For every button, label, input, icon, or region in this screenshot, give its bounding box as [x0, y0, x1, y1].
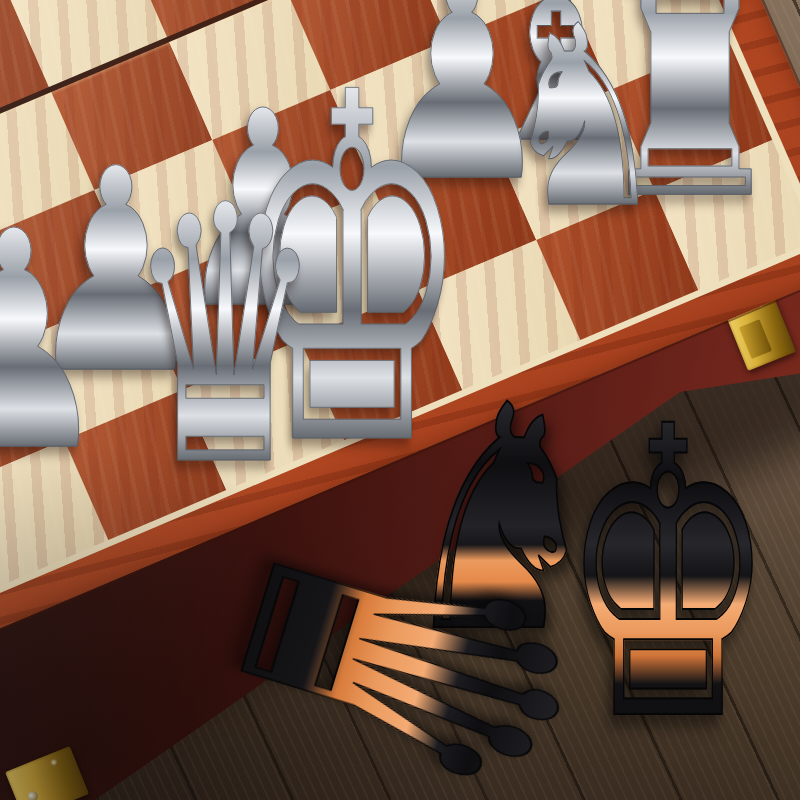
- chess-product-photo: ♟♟♛♟♚♟♝♞♜♞♚♛: [0, 0, 800, 800]
- silver-pawn-c1[interactable]: ♟: [0, 193, 111, 493]
- silver-knight-g2[interactable]: ♞: [500, 0, 668, 243]
- silver-queen-d1[interactable]: ♛: [126, 160, 323, 515]
